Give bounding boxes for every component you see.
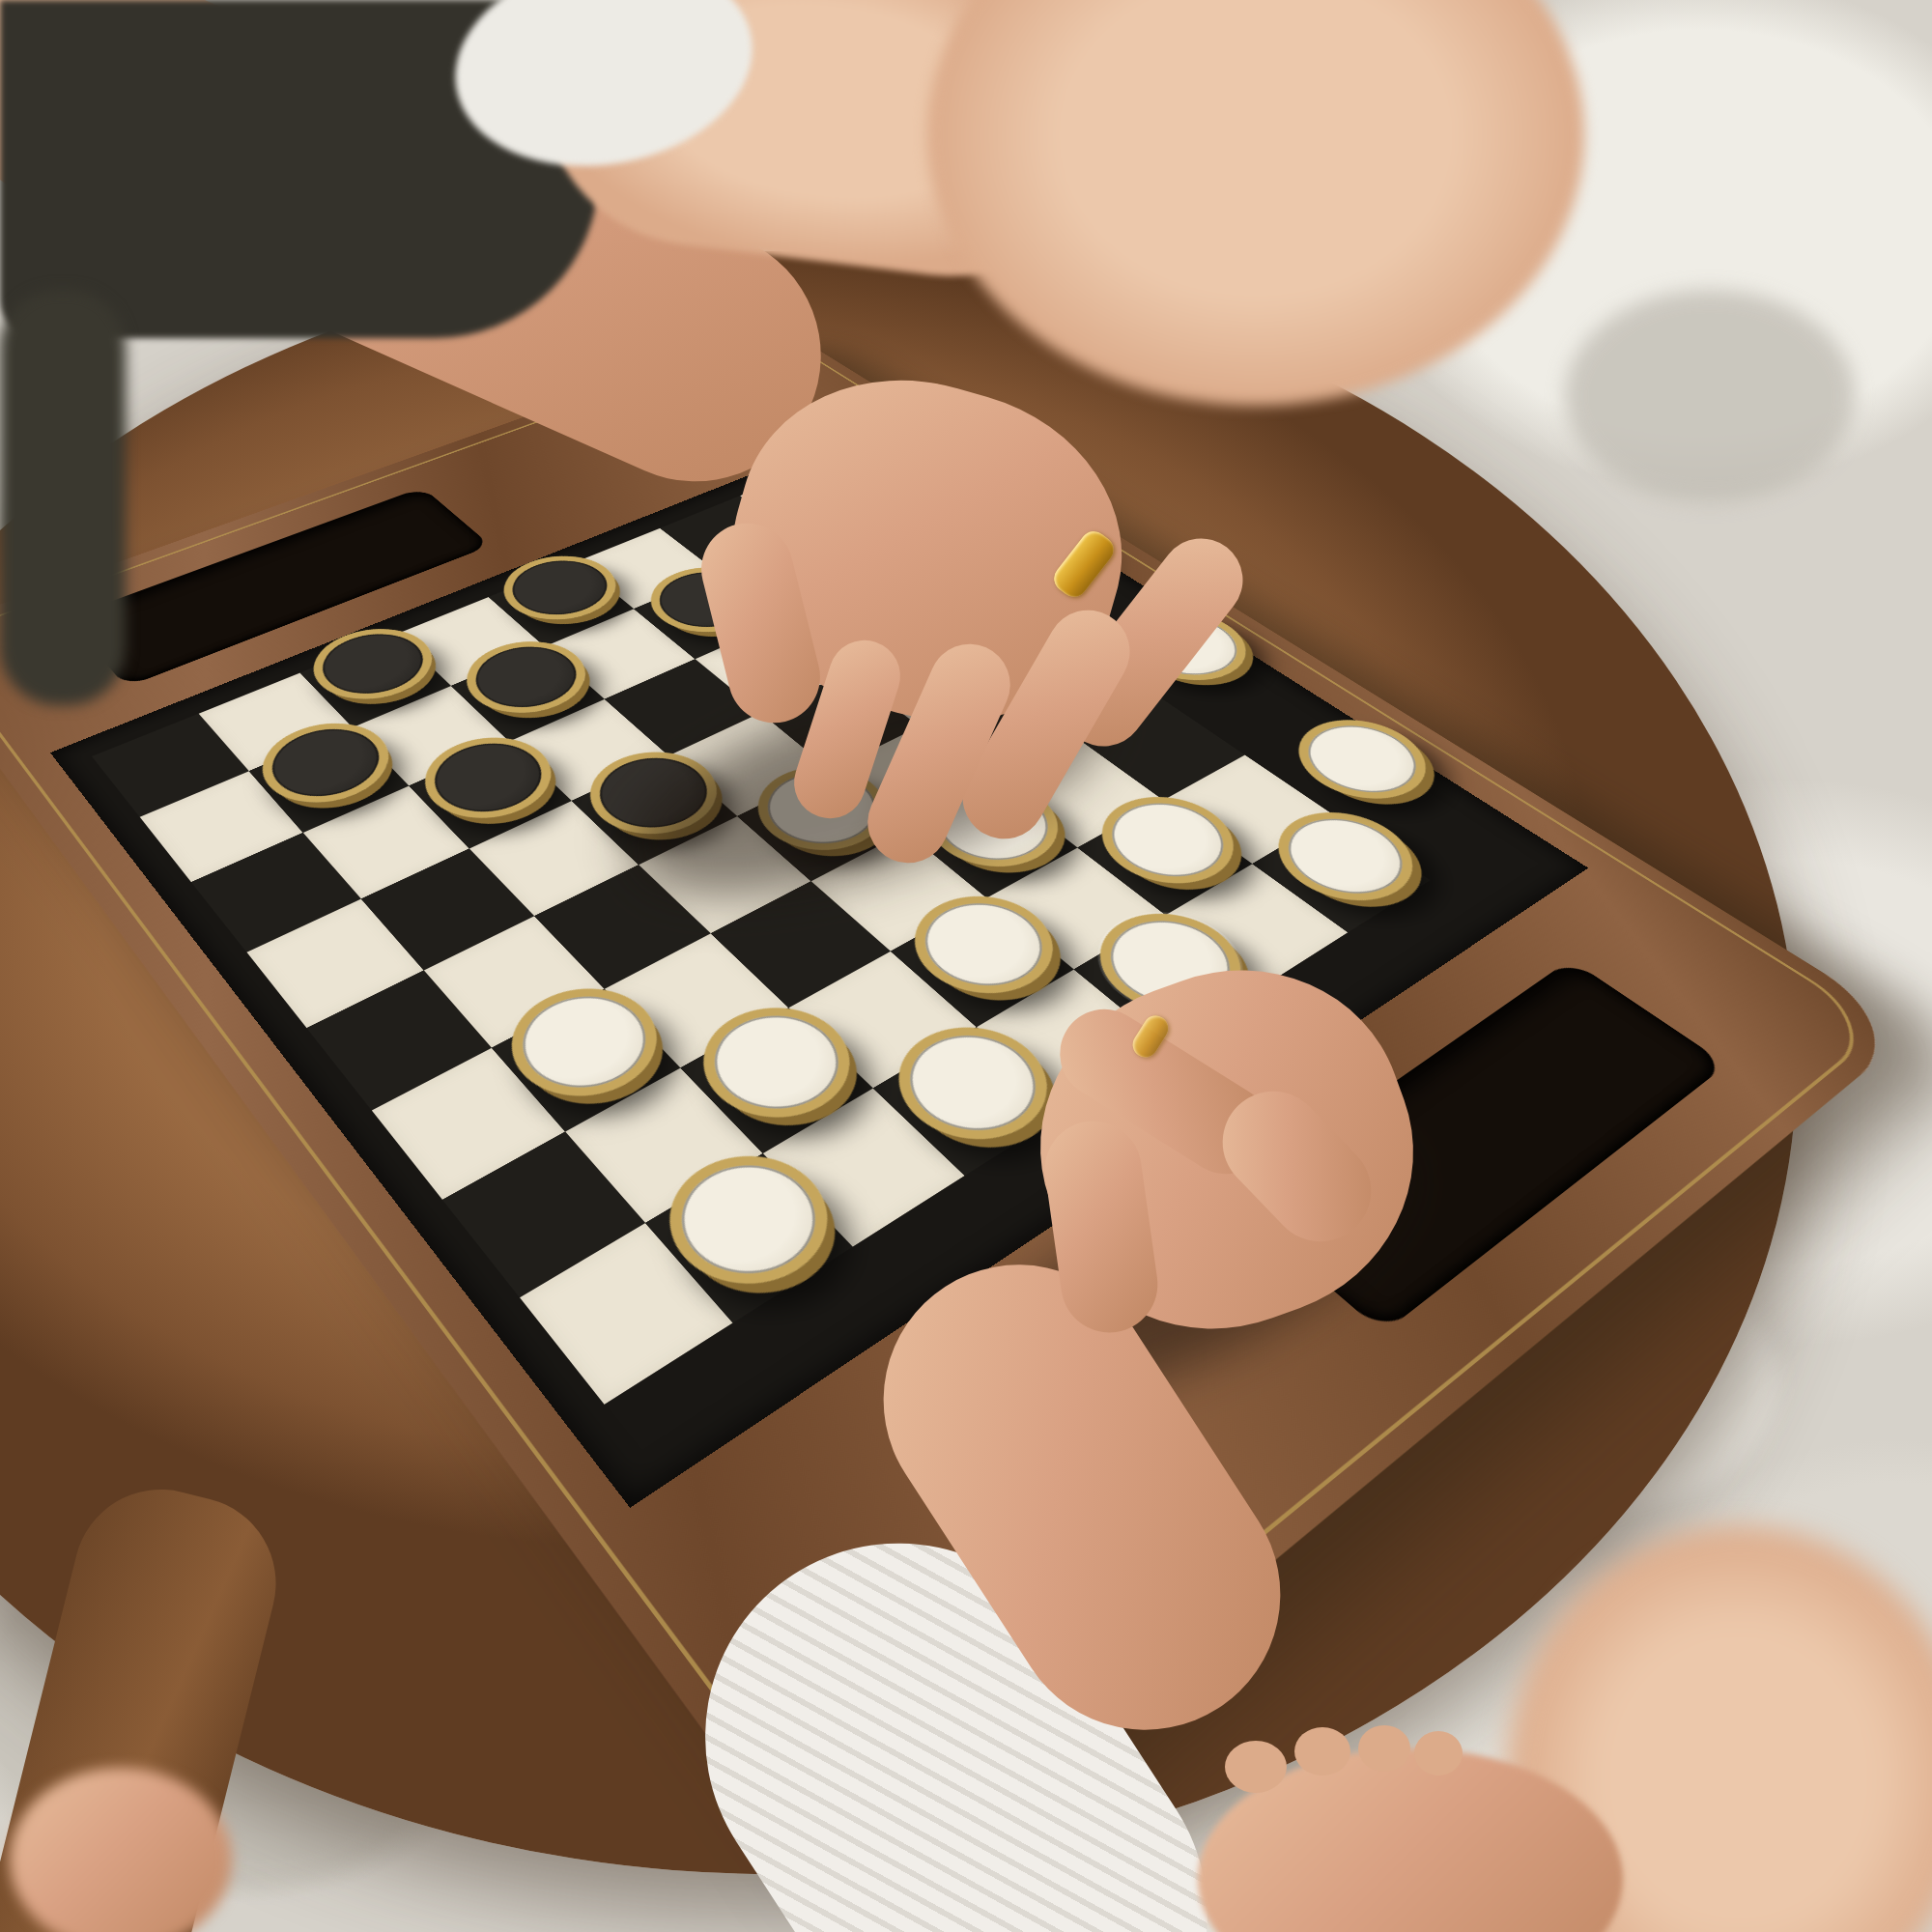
toe [1358, 1725, 1410, 1772]
toe [1414, 1731, 1463, 1776]
rug-fleck [1565, 290, 1855, 502]
toe [1225, 1741, 1287, 1793]
toe [1294, 1727, 1350, 1776]
dark-fabric-edge [0, 290, 126, 705]
